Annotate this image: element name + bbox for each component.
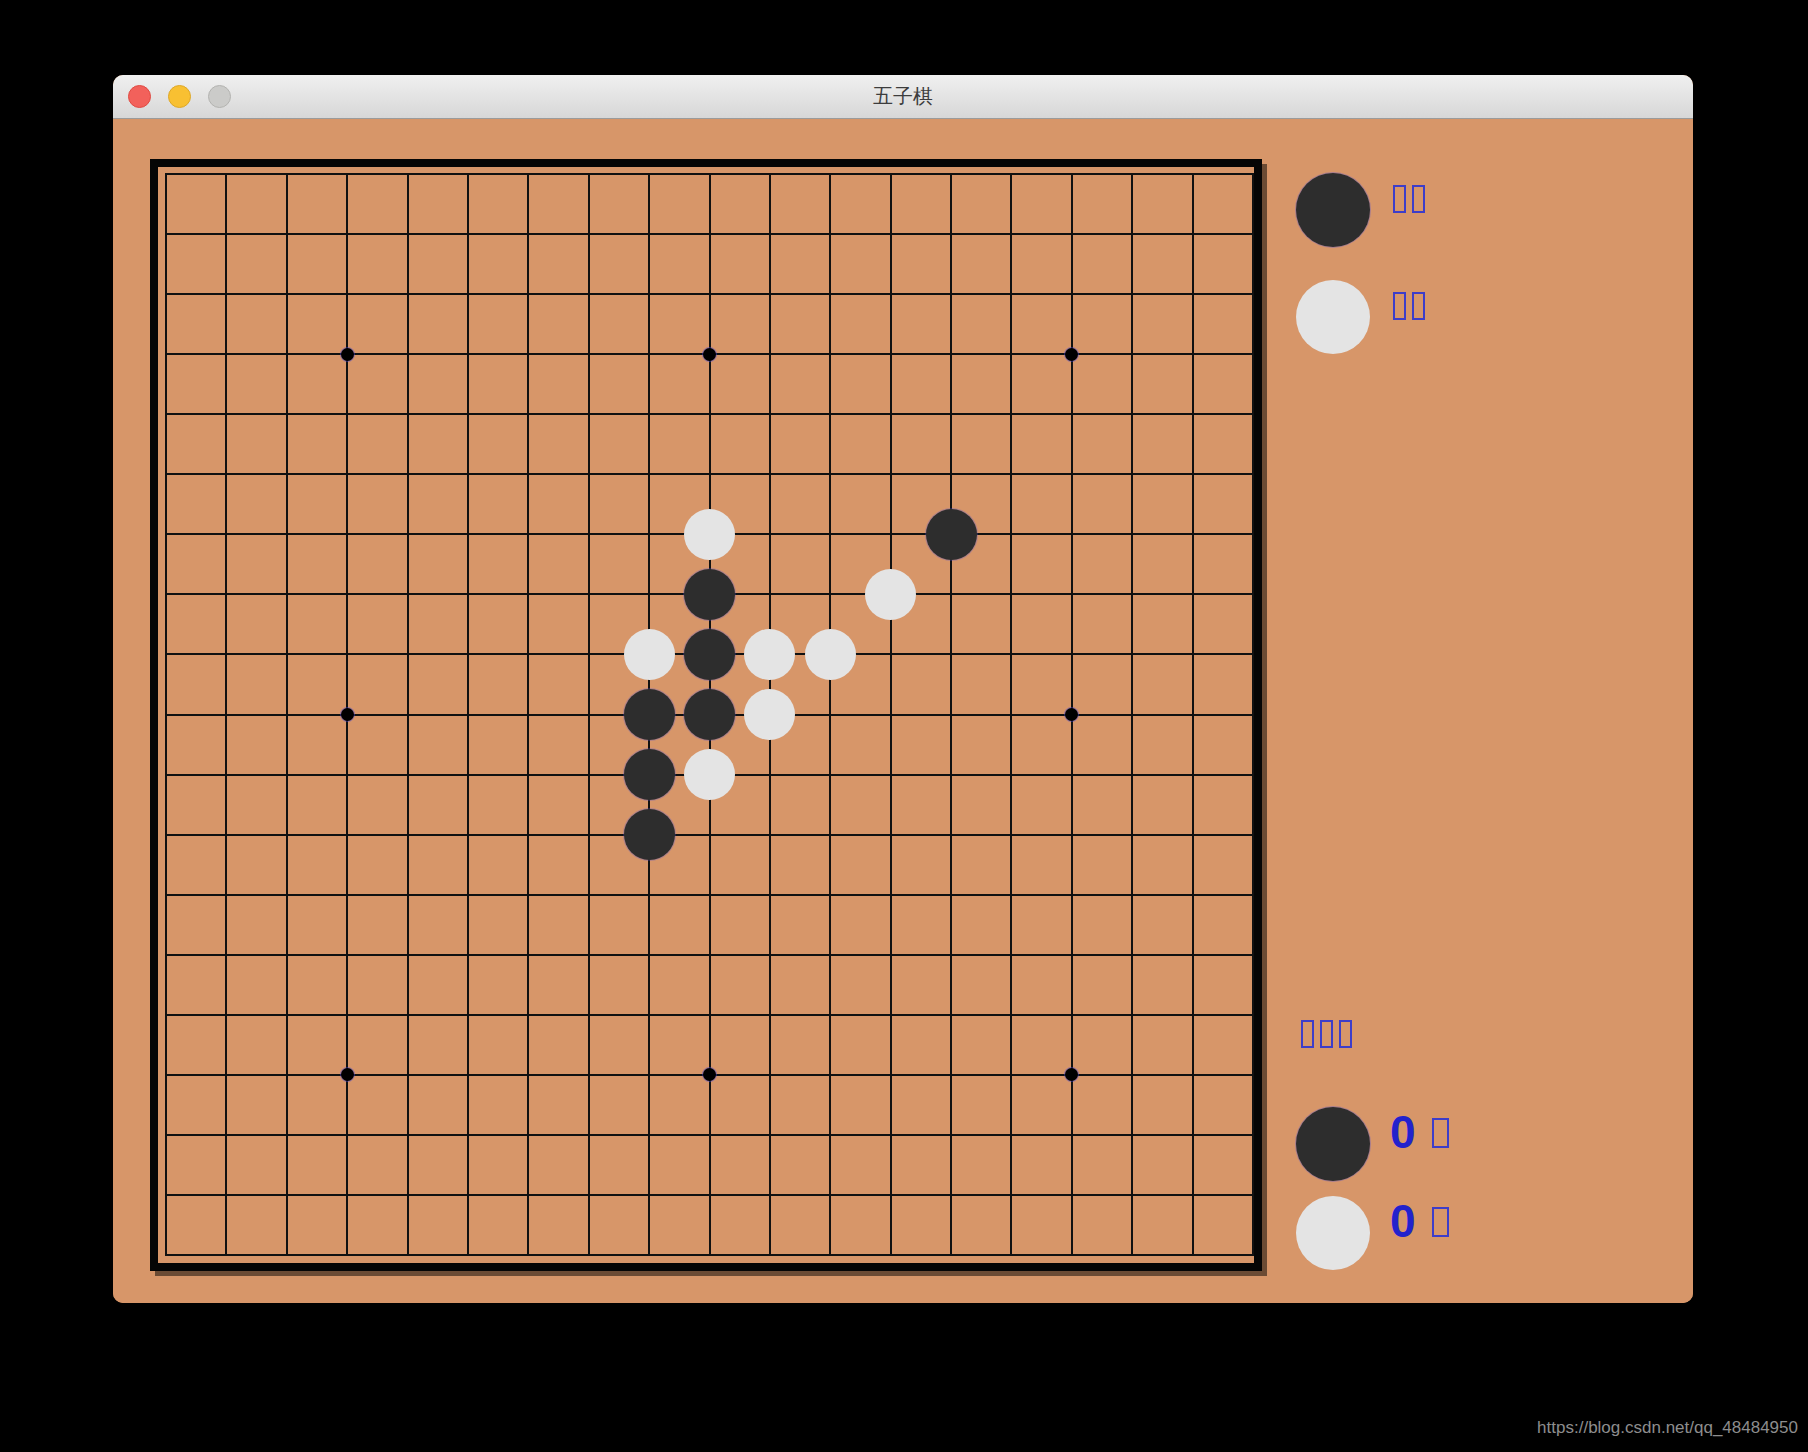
tofu-glyph bbox=[1320, 1020, 1333, 1048]
score-white-row: 0 bbox=[1296, 1196, 1452, 1270]
board-frame bbox=[150, 159, 1262, 1271]
legend-white-label bbox=[1390, 292, 1428, 320]
black-stone bbox=[684, 689, 735, 740]
black-stone-icon bbox=[1296, 173, 1370, 247]
desktop-background: { "game": "gomoku (five-in-a-row) played… bbox=[0, 0, 1808, 1452]
star-point bbox=[703, 348, 716, 361]
black-stone bbox=[624, 689, 675, 740]
star-point bbox=[341, 708, 354, 721]
white-stone bbox=[684, 509, 735, 560]
star-point bbox=[703, 1068, 716, 1081]
window-title: 五子棋 bbox=[113, 75, 1693, 118]
white-score: 0 bbox=[1390, 1194, 1416, 1248]
black-score: 0 bbox=[1390, 1105, 1416, 1159]
score-black-row: 0 bbox=[1296, 1107, 1452, 1181]
star-point bbox=[1065, 348, 1078, 361]
white-stone bbox=[744, 629, 795, 680]
black-score-unit bbox=[1429, 1118, 1452, 1148]
star-point bbox=[1065, 1068, 1078, 1081]
tofu-glyph bbox=[1412, 185, 1425, 213]
title-bar: 五子棋 bbox=[113, 75, 1693, 119]
watermark: https://blog.csdn.net/qq_48484950 bbox=[1537, 1418, 1798, 1438]
black-stone bbox=[624, 809, 675, 860]
legend-black-label bbox=[1390, 185, 1428, 213]
star-point bbox=[1065, 708, 1078, 721]
gomoku-window: 五子棋 0 0 bbox=[113, 75, 1693, 1303]
star-point bbox=[341, 1068, 354, 1081]
scoreboard-title bbox=[1298, 1020, 1355, 1048]
legend-black-row bbox=[1296, 173, 1428, 247]
white-stone-icon bbox=[1296, 280, 1370, 354]
white-stone bbox=[805, 629, 856, 680]
tofu-glyph bbox=[1432, 1207, 1449, 1237]
tofu-glyph bbox=[1393, 185, 1406, 213]
tofu-glyph bbox=[1432, 1118, 1449, 1148]
black-stone bbox=[926, 509, 977, 560]
board-grid[interactable] bbox=[165, 173, 1254, 1256]
white-stone-icon bbox=[1296, 1196, 1370, 1270]
legend-white-row bbox=[1296, 280, 1428, 354]
content-area: 0 0 bbox=[113, 119, 1693, 1303]
white-stone bbox=[624, 629, 675, 680]
white-stone bbox=[684, 749, 735, 800]
white-score-unit bbox=[1429, 1207, 1452, 1237]
tofu-glyph bbox=[1412, 292, 1425, 320]
tofu-glyph bbox=[1301, 1020, 1314, 1048]
star-point bbox=[341, 348, 354, 361]
white-stone bbox=[865, 569, 916, 620]
black-stone bbox=[684, 569, 735, 620]
white-stone bbox=[744, 689, 795, 740]
black-stone-icon bbox=[1296, 1107, 1370, 1181]
tofu-glyph bbox=[1339, 1020, 1352, 1048]
tofu-glyph bbox=[1393, 292, 1406, 320]
black-stone bbox=[624, 749, 675, 800]
black-stone bbox=[684, 629, 735, 680]
